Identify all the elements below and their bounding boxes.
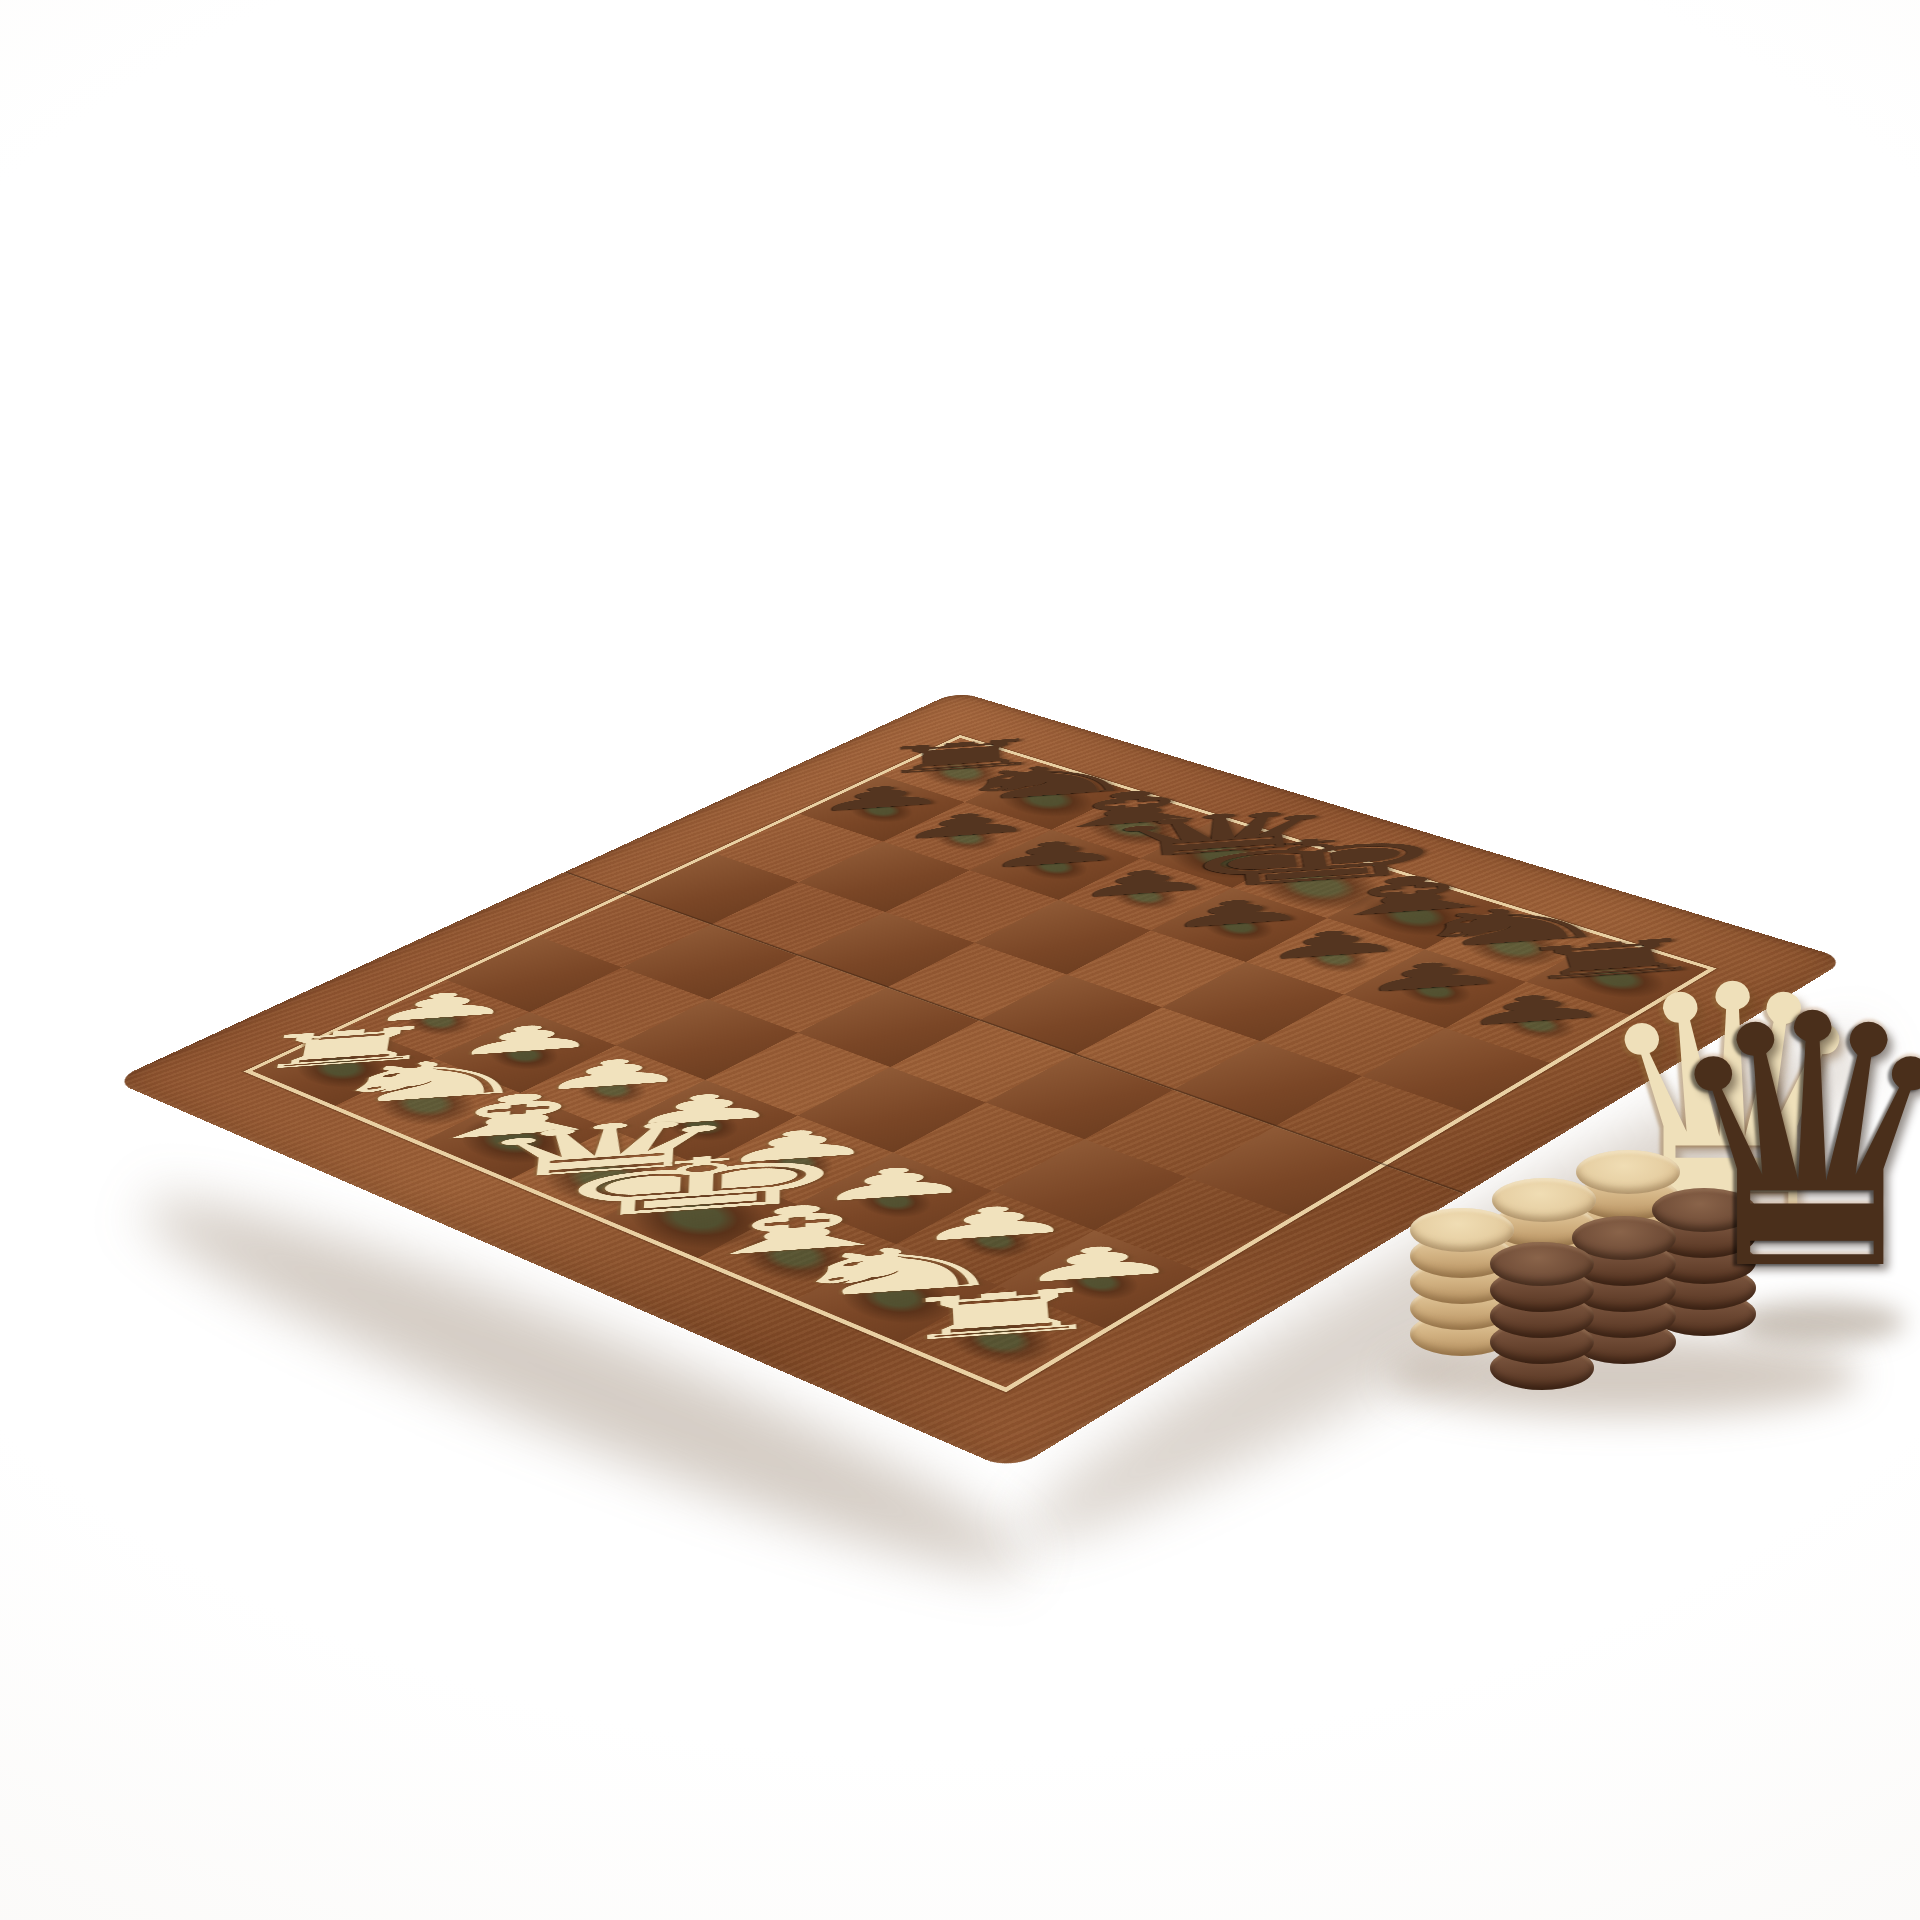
product-photo-stage: ♜♞♝♛♚♝♞♜♟♟♟♟♟♟♟♟♟♟♟♟♟♟♟♟♜♞♝♛♚♝♞♜ ♛ ♛ xyxy=(0,0,1920,1920)
checker-stack-dark xyxy=(1490,1242,1594,1392)
accessories: ♛ ♛ xyxy=(0,0,1920,1920)
spare-queen-dark[interactable]: ♛ xyxy=(1656,970,1920,1318)
checker-disc-dark xyxy=(1490,1242,1594,1286)
